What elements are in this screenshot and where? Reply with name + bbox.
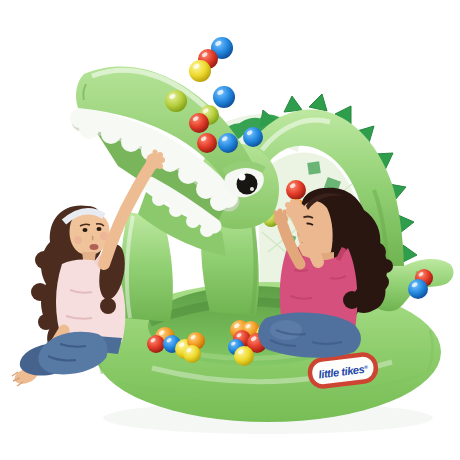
ball-blue xyxy=(213,86,235,108)
ball-red xyxy=(147,335,165,353)
ball-blue xyxy=(408,279,428,299)
ball-yellow xyxy=(183,345,201,363)
ball-yellow xyxy=(189,60,211,82)
ball-yellow xyxy=(234,346,254,366)
ball-blue xyxy=(218,133,238,153)
ball-red xyxy=(197,133,217,153)
brand-logo: little tikes® xyxy=(309,353,378,388)
ball-red xyxy=(286,180,306,200)
ball-red xyxy=(189,113,209,133)
ball-blue xyxy=(243,127,263,147)
ball-green xyxy=(165,90,187,112)
product-photo: little tikes® xyxy=(0,0,460,460)
